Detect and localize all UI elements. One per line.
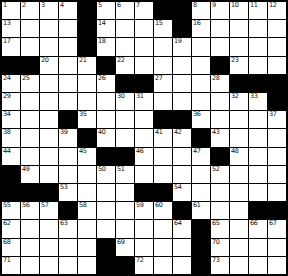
clue-number-14: 14 [98, 20, 105, 27]
cell-r3-c13[interactable] [230, 38, 248, 55]
black-cell-r7-c10 [173, 111, 191, 128]
black-cell-r15-c7 [116, 257, 134, 274]
cell-r8-c9[interactable]: 41 [154, 129, 172, 146]
cell-r4-c4[interactable] [59, 57, 77, 74]
black-cell-r5-c8 [135, 75, 153, 92]
cell-r13-c4[interactable]: 63 [59, 220, 77, 237]
cell-r1-c14[interactable]: 11 [249, 2, 267, 19]
clue-number-13: 13 [3, 20, 10, 27]
clue-number-49: 49 [22, 166, 29, 173]
cell-r15-c14[interactable] [249, 257, 267, 274]
clue-number-5: 5 [98, 2, 102, 9]
black-cell-r9-c12 [211, 148, 229, 165]
clue-number-68: 68 [3, 239, 10, 246]
cell-r10-c3[interactable] [40, 166, 58, 183]
cell-r12-c7[interactable] [116, 202, 134, 219]
cell-r3-c7[interactable] [116, 38, 134, 55]
black-cell-r5-c7 [116, 75, 134, 92]
cell-r9-c15[interactable] [268, 148, 286, 165]
cell-r3-c12[interactable] [211, 38, 229, 55]
black-cell-r4-c12 [211, 57, 229, 74]
black-cell-r1-c10 [173, 2, 191, 19]
cell-r13-c8[interactable] [135, 220, 153, 237]
clue-number-65: 65 [212, 220, 219, 227]
cell-r15-c9[interactable] [154, 257, 172, 274]
clue-number-12: 12 [269, 2, 276, 9]
clue-number-46: 46 [136, 148, 143, 155]
cell-r2-c4[interactable] [59, 20, 77, 37]
clue-number-31: 31 [136, 93, 143, 100]
cell-r9-c8[interactable]: 46 [135, 148, 153, 165]
cell-r1-c8[interactable]: 7 [135, 2, 153, 19]
cell-r11-c7[interactable] [116, 184, 134, 201]
clue-number-71: 71 [3, 257, 10, 264]
cell-r12-c11[interactable]: 61 [192, 202, 210, 219]
clue-number-70: 70 [212, 239, 219, 246]
cell-r5-c3[interactable] [40, 75, 58, 92]
cell-r10-c12[interactable]: 52 [211, 166, 229, 183]
clue-number-27: 27 [155, 75, 162, 82]
cell-r10-c9[interactable] [154, 166, 172, 183]
black-cell-r4-c1 [2, 57, 20, 74]
black-cell-r3-c5 [78, 38, 96, 55]
cell-r3-c1[interactable]: 17 [2, 38, 20, 55]
black-cell-r4-c6 [97, 57, 115, 74]
clue-number-47: 47 [193, 148, 200, 155]
clue-number-22: 22 [117, 57, 124, 64]
cell-r15-c8[interactable]: 72 [135, 257, 153, 274]
clue-number-7: 7 [136, 2, 140, 9]
cell-r8-c13[interactable] [230, 129, 248, 146]
cell-r12-c5[interactable]: 58 [78, 202, 96, 219]
cell-r12-c12[interactable] [211, 202, 229, 219]
cell-r13-c7[interactable] [116, 220, 134, 237]
cell-r5-c12[interactable]: 28 [211, 75, 229, 92]
black-cell-r9-c7 [116, 148, 134, 165]
cell-r11-c10[interactable]: 54 [173, 184, 191, 201]
black-cell-r12-c14 [249, 202, 267, 219]
black-cell-r11-c1 [2, 184, 20, 201]
clue-number-34: 34 [3, 111, 10, 118]
clue-number-44: 44 [3, 148, 10, 155]
cell-r11-c13[interactable] [230, 184, 248, 201]
cell-r1-c7[interactable]: 6 [116, 2, 134, 19]
cell-r3-c6[interactable]: 18 [97, 38, 115, 55]
clue-number-2: 2 [22, 2, 26, 9]
cell-r5-c6[interactable]: 26 [97, 75, 115, 92]
clue-number-53: 53 [60, 184, 67, 191]
clue-number-59: 59 [136, 202, 143, 209]
cell-r6-c8[interactable]: 31 [135, 93, 153, 110]
cell-r8-c7[interactable] [116, 129, 134, 146]
cell-r6-c14[interactable]: 33 [249, 93, 267, 110]
clue-number-41: 41 [155, 129, 162, 136]
cell-r11-c11[interactable] [192, 184, 210, 201]
cell-r3-c9[interactable] [154, 38, 172, 55]
cell-r13-c9[interactable] [154, 220, 172, 237]
cell-r5-c1[interactable]: 24 [2, 75, 20, 92]
cell-r1-c3[interactable]: 3 [40, 2, 58, 19]
cell-r3-c14[interactable] [249, 38, 267, 55]
clue-number-50: 50 [98, 166, 105, 173]
clue-number-16: 16 [193, 20, 200, 27]
cell-r13-c5[interactable] [78, 220, 96, 237]
cell-r8-c14[interactable] [249, 129, 267, 146]
clue-number-17: 17 [3, 38, 10, 45]
crossword-board: 1234567891011121314151617181920212223242… [0, 0, 288, 276]
cell-r12-c2[interactable]: 56 [21, 202, 39, 219]
clue-number-33: 33 [250, 93, 257, 100]
cell-r5-c9[interactable]: 27 [154, 75, 172, 92]
cell-r4-c14[interactable] [249, 57, 267, 74]
black-cell-r2-c5 [78, 20, 96, 37]
cell-r9-c10[interactable] [173, 148, 191, 165]
black-cell-r4-c2 [21, 57, 39, 74]
cell-r14-c4[interactable] [59, 239, 77, 256]
cell-r10-c14[interactable] [249, 166, 267, 183]
clue-number-60: 60 [155, 202, 162, 209]
black-cell-r12-c10 [173, 202, 191, 219]
cell-r10-c11[interactable] [192, 166, 210, 183]
cell-r15-c5[interactable] [78, 257, 96, 274]
cell-r2-c13[interactable] [230, 20, 248, 37]
cell-r6-c11[interactable] [192, 93, 210, 110]
clue-number-66: 66 [250, 220, 257, 227]
cell-r9-c11[interactable]: 47 [192, 148, 210, 165]
cell-r13-c2[interactable] [21, 220, 39, 237]
cell-r3-c8[interactable] [135, 38, 153, 55]
clue-number-35: 35 [79, 111, 86, 118]
cell-r8-c15[interactable] [268, 129, 286, 146]
cell-r4-c15[interactable] [268, 57, 286, 74]
cell-r11-c6[interactable] [97, 184, 115, 201]
cell-r10-c10[interactable] [173, 166, 191, 183]
cell-r4-c11[interactable] [192, 57, 210, 74]
cell-r8-c4[interactable]: 39 [59, 129, 77, 146]
clue-number-19: 19 [174, 38, 181, 45]
cell-r11-c14[interactable] [249, 184, 267, 201]
clue-number-38: 38 [3, 129, 10, 136]
cell-r2-c14[interactable] [249, 20, 267, 37]
clue-number-1: 1 [3, 2, 7, 9]
cell-r14-c9[interactable] [154, 239, 172, 256]
black-cell-r7-c4 [59, 111, 77, 128]
black-cell-r13-c11 [192, 220, 210, 237]
cell-r15-c1[interactable]: 71 [2, 257, 20, 274]
cell-r10-c7[interactable]: 51 [116, 166, 134, 183]
black-cell-r1-c5 [78, 2, 96, 19]
cell-r3-c10[interactable]: 19 [173, 38, 191, 55]
cell-r6-c10[interactable] [173, 93, 191, 110]
cell-r12-c8[interactable]: 59 [135, 202, 153, 219]
cell-r10-c15[interactable] [268, 166, 286, 183]
clue-number-39: 39 [60, 129, 67, 136]
clue-number-64: 64 [174, 220, 181, 227]
cell-r10-c4[interactable] [59, 166, 77, 183]
cell-r5-c11[interactable] [192, 75, 210, 92]
clue-number-9: 9 [212, 2, 216, 9]
clue-number-36: 36 [193, 111, 200, 118]
cell-r2-c15[interactable] [268, 20, 286, 37]
cell-r13-c12[interactable]: 65 [211, 220, 229, 237]
cell-r14-c1[interactable]: 68 [2, 239, 20, 256]
clue-number-40: 40 [98, 129, 105, 136]
cell-r4-c13[interactable]: 23 [230, 57, 248, 74]
cell-r11-c4[interactable]: 53 [59, 184, 77, 201]
clue-number-32: 32 [231, 93, 238, 100]
cell-r6-c3[interactable] [40, 93, 58, 110]
cell-r4-c5[interactable]: 21 [78, 57, 96, 74]
cell-r2-c6[interactable]: 14 [97, 20, 115, 37]
cell-r12-c13[interactable] [230, 202, 248, 219]
cell-r13-c6[interactable] [97, 220, 115, 237]
black-cell-r15-c11 [192, 257, 210, 274]
cell-r7-c8[interactable] [135, 111, 153, 128]
clue-number-25: 25 [22, 75, 29, 82]
clue-number-54: 54 [174, 184, 181, 191]
cell-r2-c11[interactable]: 16 [192, 20, 210, 37]
cell-r3-c4[interactable] [59, 38, 77, 55]
black-cell-r11-c2 [21, 184, 39, 201]
cell-r7-c12[interactable] [211, 111, 229, 128]
black-cell-r8-c11 [192, 129, 210, 146]
clue-number-28: 28 [212, 75, 219, 82]
clue-number-24: 24 [3, 75, 10, 82]
cell-r7-c13[interactable] [230, 111, 248, 128]
cell-r7-c7[interactable] [116, 111, 134, 128]
black-cell-r14-c11 [192, 239, 210, 256]
cell-r9-c5[interactable]: 45 [78, 148, 96, 165]
clue-number-72: 72 [136, 257, 143, 264]
cell-r8-c10[interactable]: 42 [173, 129, 191, 146]
clue-number-30: 30 [117, 93, 124, 100]
cell-r6-c2[interactable] [21, 93, 39, 110]
clue-number-45: 45 [79, 148, 86, 155]
black-cell-r7-c9 [154, 111, 172, 128]
cell-r2-c7[interactable] [116, 20, 134, 37]
clue-number-8: 8 [193, 2, 197, 9]
cell-r7-c2[interactable] [21, 111, 39, 128]
cell-r10-c5[interactable] [78, 166, 96, 183]
cell-r14-c5[interactable] [78, 239, 96, 256]
cell-r1-c15[interactable]: 12 [268, 2, 286, 19]
cell-r3-c15[interactable] [268, 38, 286, 55]
cell-r12-c9[interactable]: 60 [154, 202, 172, 219]
clue-number-6: 6 [117, 2, 121, 9]
clue-number-48: 48 [231, 148, 238, 155]
cell-r14-c13[interactable] [230, 239, 248, 256]
cell-r14-c3[interactable] [40, 239, 58, 256]
cell-r5-c5[interactable] [78, 75, 96, 92]
cell-r11-c5[interactable] [78, 184, 96, 201]
cell-r3-c3[interactable] [40, 38, 58, 55]
cell-r9-c1[interactable]: 44 [2, 148, 20, 165]
clue-number-23: 23 [231, 57, 238, 64]
black-cell-r11-c3 [40, 184, 58, 201]
cell-r2-c9[interactable]: 15 [154, 20, 172, 37]
black-cell-r5-c14 [249, 75, 267, 92]
cell-r6-c5[interactable] [78, 93, 96, 110]
cell-r14-c7[interactable]: 69 [116, 239, 134, 256]
cell-r4-c3[interactable]: 20 [40, 57, 58, 74]
clue-number-56: 56 [22, 202, 29, 209]
black-cell-r1-c9 [154, 2, 172, 19]
clue-number-67: 67 [269, 220, 276, 227]
cell-r6-c1[interactable]: 29 [2, 93, 20, 110]
clue-number-62: 62 [3, 220, 10, 227]
cell-r6-c9[interactable] [154, 93, 172, 110]
cell-r7-c11[interactable]: 36 [192, 111, 210, 128]
black-cell-r12-c15 [268, 202, 286, 219]
cell-r10-c2[interactable]: 49 [21, 166, 39, 183]
cell-r8-c1[interactable]: 38 [2, 129, 20, 146]
cell-r15-c15[interactable] [268, 257, 286, 274]
clue-number-43: 43 [212, 129, 219, 136]
cell-r8-c3[interactable] [40, 129, 58, 146]
cell-r6-c12[interactable] [211, 93, 229, 110]
cell-r10-c13[interactable] [230, 166, 248, 183]
black-cell-r9-c6 [97, 148, 115, 165]
cell-r13-c13[interactable] [230, 220, 248, 237]
clue-number-11: 11 [250, 2, 257, 9]
cell-r5-c4[interactable] [59, 75, 77, 92]
cell-r1-c1[interactable]: 1 [2, 2, 20, 19]
cell-r14-c14[interactable] [249, 239, 267, 256]
clue-number-42: 42 [174, 129, 181, 136]
clue-number-21: 21 [79, 57, 86, 64]
cell-r14-c2[interactable] [21, 239, 39, 256]
cell-r12-c1[interactable]: 55 [2, 202, 20, 219]
clue-number-4: 4 [60, 2, 64, 9]
cell-r6-c4[interactable] [59, 93, 77, 110]
cell-r5-c10[interactable] [173, 75, 191, 92]
black-cell-r10-c1 [2, 166, 20, 183]
cell-r2-c2[interactable] [21, 20, 39, 37]
cell-r1-c11[interactable]: 8 [192, 2, 210, 19]
cell-r14-c15[interactable] [268, 239, 286, 256]
clue-number-3: 3 [41, 2, 45, 9]
cell-r1-c2[interactable]: 2 [21, 2, 39, 19]
cell-r9-c4[interactable] [59, 148, 77, 165]
clue-number-63: 63 [60, 220, 67, 227]
cell-r3-c11[interactable] [192, 38, 210, 55]
cell-r1-c4[interactable]: 4 [59, 2, 77, 19]
black-cell-r11-c9 [154, 184, 172, 201]
clue-number-37: 37 [269, 111, 276, 118]
cell-r12-c3[interactable]: 57 [40, 202, 58, 219]
cell-r2-c1[interactable]: 13 [2, 20, 20, 37]
clue-number-26: 26 [98, 75, 105, 82]
cell-r13-c14[interactable]: 66 [249, 220, 267, 237]
cell-r7-c3[interactable] [40, 111, 58, 128]
cell-r8-c6[interactable]: 40 [97, 129, 115, 146]
clue-number-69: 69 [117, 239, 124, 246]
cell-r7-c14[interactable] [249, 111, 267, 128]
cell-r1-c12[interactable]: 9 [211, 2, 229, 19]
cell-r2-c12[interactable] [211, 20, 229, 37]
black-cell-r5-c15 [268, 75, 286, 92]
cell-r8-c8[interactable] [135, 129, 153, 146]
cell-r9-c9[interactable] [154, 148, 172, 165]
cell-r6-c6[interactable] [97, 93, 115, 110]
clue-number-73: 73 [212, 257, 219, 264]
clue-number-15: 15 [155, 20, 162, 27]
cell-r4-c9[interactable] [154, 57, 172, 74]
clue-number-57: 57 [41, 202, 48, 209]
black-cell-r15-c6 [97, 257, 115, 274]
clue-number-52: 52 [212, 166, 219, 173]
cell-r15-c2[interactable] [21, 257, 39, 274]
clue-number-20: 20 [41, 57, 48, 64]
black-cell-r12-c4 [59, 202, 77, 219]
cell-r7-c5[interactable]: 35 [78, 111, 96, 128]
clue-number-55: 55 [3, 202, 10, 209]
cell-r9-c14[interactable] [249, 148, 267, 165]
cell-r8-c2[interactable] [21, 129, 39, 146]
black-cell-r2-c10 [173, 20, 191, 37]
cell-r13-c10[interactable]: 64 [173, 220, 191, 237]
cell-r2-c8[interactable] [135, 20, 153, 37]
cell-r7-c15[interactable]: 37 [268, 111, 286, 128]
cell-r13-c3[interactable] [40, 220, 58, 237]
cell-r9-c2[interactable] [21, 148, 39, 165]
black-cell-r11-c8 [135, 184, 153, 201]
cell-r12-c6[interactable] [97, 202, 115, 219]
black-cell-r6-c15 [268, 93, 286, 110]
cell-r2-c3[interactable] [40, 20, 58, 37]
clue-number-18: 18 [98, 38, 105, 45]
cell-r15-c12[interactable]: 73 [211, 257, 229, 274]
cell-r15-c13[interactable] [230, 257, 248, 274]
cell-r15-c4[interactable] [59, 257, 77, 274]
cell-r4-c10[interactable] [173, 57, 191, 74]
cell-r7-c1[interactable]: 34 [2, 111, 20, 128]
cell-r14-c10[interactable] [173, 239, 191, 256]
clue-number-29: 29 [3, 93, 10, 100]
cell-r1-c6[interactable]: 5 [97, 2, 115, 19]
black-cell-r8-c5 [78, 129, 96, 146]
clue-number-51: 51 [117, 166, 124, 173]
cell-r14-c8[interactable] [135, 239, 153, 256]
cell-r9-c13[interactable]: 48 [230, 148, 248, 165]
cell-r13-c1[interactable]: 62 [2, 220, 20, 237]
cell-r10-c8[interactable] [135, 166, 153, 183]
cell-r9-c3[interactable] [40, 148, 58, 165]
clue-number-10: 10 [231, 2, 238, 9]
clue-number-58: 58 [79, 202, 86, 209]
cell-r15-c10[interactable] [173, 257, 191, 274]
cell-r1-c13[interactable]: 10 [230, 2, 248, 19]
cell-r15-c3[interactable] [40, 257, 58, 274]
cell-r5-c2[interactable]: 25 [21, 75, 39, 92]
cell-r10-c6[interactable]: 50 [97, 166, 115, 183]
cell-r11-c12[interactable] [211, 184, 229, 201]
cell-r3-c2[interactable] [21, 38, 39, 55]
cell-r11-c15[interactable] [268, 184, 286, 201]
cell-r4-c8[interactable] [135, 57, 153, 74]
cell-r13-c15[interactable]: 67 [268, 220, 286, 237]
cell-r6-c13[interactable]: 32 [230, 93, 248, 110]
cell-r6-c7[interactable]: 30 [116, 93, 134, 110]
cell-r8-c12[interactable]: 43 [211, 129, 229, 146]
black-cell-r5-c13 [230, 75, 248, 92]
cell-r7-c6[interactable] [97, 111, 115, 128]
clue-number-61: 61 [193, 202, 200, 209]
cell-r14-c12[interactable]: 70 [211, 239, 229, 256]
black-cell-r14-c6 [97, 239, 115, 256]
cell-r4-c7[interactable]: 22 [116, 57, 134, 74]
